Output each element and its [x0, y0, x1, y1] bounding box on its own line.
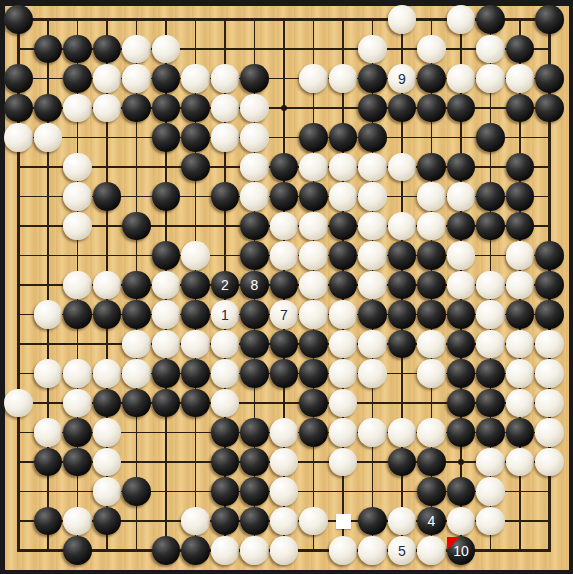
- stone-white[interactable]: [417, 418, 446, 447]
- stone-white[interactable]: [358, 536, 387, 565]
- stone-black[interactable]: [299, 359, 328, 388]
- stone-white[interactable]: [329, 300, 358, 329]
- stone-white[interactable]: [34, 123, 63, 152]
- stone-white[interactable]: [476, 448, 505, 477]
- stone-white[interactable]: [358, 153, 387, 182]
- stone-white[interactable]: [211, 300, 240, 329]
- stone-white[interactable]: [358, 212, 387, 241]
- stone-black[interactable]: [4, 64, 33, 93]
- stone-black[interactable]: [388, 300, 417, 329]
- stone-black[interactable]: [358, 507, 387, 536]
- stone-white[interactable]: [358, 271, 387, 300]
- stone-black[interactable]: [535, 5, 564, 34]
- stone-black[interactable]: [240, 418, 269, 447]
- stone-black[interactable]: [329, 241, 358, 270]
- stone-white[interactable]: [299, 300, 328, 329]
- stone-black[interactable]: [447, 359, 476, 388]
- stone-white[interactable]: [358, 241, 387, 270]
- stone-black[interactable]: [506, 182, 535, 211]
- stone-white[interactable]: [93, 418, 122, 447]
- stone-black[interactable]: [152, 241, 181, 270]
- stone-black[interactable]: [535, 271, 564, 300]
- stone-black[interactable]: [122, 271, 151, 300]
- stone-black[interactable]: [152, 182, 181, 211]
- stone-white[interactable]: [329, 418, 358, 447]
- stone-black[interactable]: [211, 418, 240, 447]
- stone-white[interactable]: [388, 536, 417, 565]
- stone-white[interactable]: [388, 64, 417, 93]
- stone-black[interactable]: [358, 94, 387, 123]
- stone-black[interactable]: [240, 241, 269, 270]
- stone-black[interactable]: [476, 123, 505, 152]
- stone-white[interactable]: [240, 94, 269, 123]
- stone-white[interactable]: [299, 212, 328, 241]
- stone-black[interactable]: [299, 123, 328, 152]
- stone-black[interactable]: [181, 94, 210, 123]
- stone-black[interactable]: [4, 5, 33, 34]
- stone-white[interactable]: [447, 241, 476, 270]
- stone-black[interactable]: [240, 448, 269, 477]
- stone-white[interactable]: [34, 300, 63, 329]
- stone-white[interactable]: [181, 64, 210, 93]
- stone-white[interactable]: [447, 64, 476, 93]
- stone-black[interactable]: [329, 123, 358, 152]
- stone-white[interactable]: [270, 241, 299, 270]
- stone-black[interactable]: [152, 536, 181, 565]
- stone-black[interactable]: [122, 389, 151, 418]
- stone-black[interactable]: [358, 64, 387, 93]
- stone-black[interactable]: [63, 418, 92, 447]
- stone-white[interactable]: [506, 241, 535, 270]
- stone-black[interactable]: [240, 477, 269, 506]
- stone-white[interactable]: [63, 153, 92, 182]
- stone-black[interactable]: [299, 182, 328, 211]
- stone-black[interactable]: [417, 448, 446, 477]
- stone-black[interactable]: [417, 94, 446, 123]
- stone-black[interactable]: [93, 182, 122, 211]
- stone-black[interactable]: [63, 536, 92, 565]
- stone-black[interactable]: [476, 182, 505, 211]
- stone-black[interactable]: [506, 300, 535, 329]
- stone-white[interactable]: [476, 271, 505, 300]
- stone-white[interactable]: [240, 182, 269, 211]
- stone-white[interactable]: [122, 359, 151, 388]
- stone-white[interactable]: [181, 507, 210, 536]
- stone-white[interactable]: [358, 418, 387, 447]
- stone-black[interactable]: [152, 123, 181, 152]
- stone-black[interactable]: [240, 330, 269, 359]
- stone-black[interactable]: [181, 123, 210, 152]
- stone-white[interactable]: [476, 64, 505, 93]
- stone-white[interactable]: [535, 330, 564, 359]
- stone-white[interactable]: [270, 300, 299, 329]
- stone-white[interactable]: [63, 182, 92, 211]
- stone-white[interactable]: [329, 182, 358, 211]
- stone-black[interactable]: [535, 94, 564, 123]
- stone-black[interactable]: [417, 507, 446, 536]
- stone-black[interactable]: [240, 64, 269, 93]
- stone-black[interactable]: [181, 536, 210, 565]
- stone-black[interactable]: [122, 477, 151, 506]
- stone-white[interactable]: [417, 182, 446, 211]
- stone-black[interactable]: [476, 389, 505, 418]
- stone-white[interactable]: [506, 64, 535, 93]
- stone-black[interactable]: [476, 5, 505, 34]
- stone-black[interactable]: [181, 389, 210, 418]
- stone-white[interactable]: [63, 94, 92, 123]
- stone-white[interactable]: [388, 5, 417, 34]
- stone-white[interactable]: [417, 35, 446, 64]
- stone-white[interactable]: [4, 123, 33, 152]
- stone-white[interactable]: [93, 477, 122, 506]
- stone-black[interactable]: [417, 300, 446, 329]
- stone-black[interactable]: [476, 359, 505, 388]
- stone-black[interactable]: [4, 94, 33, 123]
- stone-black[interactable]: [211, 477, 240, 506]
- stone-black[interactable]: [122, 212, 151, 241]
- stone-black[interactable]: [240, 507, 269, 536]
- stone-black[interactable]: [476, 212, 505, 241]
- stone-white[interactable]: [211, 359, 240, 388]
- stone-white[interactable]: [240, 153, 269, 182]
- stone-white[interactable]: [535, 448, 564, 477]
- hoshi-point: [458, 459, 464, 465]
- stone-white[interactable]: [476, 477, 505, 506]
- stone-black[interactable]: [63, 64, 92, 93]
- stone-white[interactable]: [63, 389, 92, 418]
- stone-white[interactable]: [476, 35, 505, 64]
- stone-white[interactable]: [122, 35, 151, 64]
- stone-black[interactable]: [417, 153, 446, 182]
- stone-black[interactable]: [447, 418, 476, 447]
- stone-white[interactable]: [329, 536, 358, 565]
- stone-white[interactable]: [270, 536, 299, 565]
- stone-white[interactable]: [417, 330, 446, 359]
- stone-white[interactable]: [63, 212, 92, 241]
- stone-white[interactable]: [63, 271, 92, 300]
- stone-white[interactable]: [476, 300, 505, 329]
- stone-white[interactable]: [211, 64, 240, 93]
- stone-white[interactable]: [299, 64, 328, 93]
- stone-white[interactable]: [63, 507, 92, 536]
- stone-black[interactable]: [417, 477, 446, 506]
- stone-black[interactable]: [535, 300, 564, 329]
- stone-white[interactable]: [181, 330, 210, 359]
- stone-white[interactable]: [358, 330, 387, 359]
- stone-white[interactable]: [152, 300, 181, 329]
- stone-black[interactable]: [181, 271, 210, 300]
- stone-black[interactable]: [63, 300, 92, 329]
- stone-white[interactable]: [299, 507, 328, 536]
- stone-white[interactable]: [358, 35, 387, 64]
- stone-black[interactable]: [270, 359, 299, 388]
- stone-black[interactable]: [181, 153, 210, 182]
- stone-black[interactable]: [240, 271, 269, 300]
- stone-black[interactable]: [240, 212, 269, 241]
- stone-black[interactable]: [447, 300, 476, 329]
- stone-white[interactable]: [211, 123, 240, 152]
- stone-white[interactable]: [506, 359, 535, 388]
- stone-white[interactable]: [329, 64, 358, 93]
- stone-white[interactable]: [211, 536, 240, 565]
- stone-black[interactable]: [63, 35, 92, 64]
- stone-white[interactable]: [417, 536, 446, 565]
- stone-black[interactable]: [506, 418, 535, 447]
- stone-white[interactable]: [270, 418, 299, 447]
- stone-black[interactable]: [270, 182, 299, 211]
- go-board: 928174510: [0, 0, 573, 574]
- stone-white[interactable]: [299, 241, 328, 270]
- stone-white[interactable]: [93, 359, 122, 388]
- stone-black[interactable]: [299, 389, 328, 418]
- white-square-marker[interactable]: [336, 514, 351, 529]
- stone-white[interactable]: [34, 418, 63, 447]
- stone-white[interactable]: [358, 182, 387, 211]
- stone-black[interactable]: [122, 94, 151, 123]
- stone-white[interactable]: [388, 418, 417, 447]
- stone-black[interactable]: [358, 300, 387, 329]
- stone-black[interactable]: [240, 300, 269, 329]
- stone-white[interactable]: [447, 5, 476, 34]
- stone-black[interactable]: [476, 418, 505, 447]
- stone-white[interactable]: [122, 330, 151, 359]
- stone-black[interactable]: [447, 477, 476, 506]
- stone-white[interactable]: [358, 359, 387, 388]
- stone-white[interactable]: [535, 359, 564, 388]
- stone-white[interactable]: [447, 182, 476, 211]
- stone-white[interactable]: [240, 536, 269, 565]
- stone-black[interactable]: [417, 241, 446, 270]
- stone-white[interactable]: [181, 241, 210, 270]
- stone-black[interactable]: [181, 300, 210, 329]
- stone-black[interactable]: [93, 300, 122, 329]
- stone-white[interactable]: [240, 123, 269, 152]
- stone-black[interactable]: [299, 418, 328, 447]
- stone-white[interactable]: [329, 359, 358, 388]
- stone-black[interactable]: [211, 182, 240, 211]
- hoshi-point: [281, 105, 287, 111]
- stone-black[interactable]: [152, 359, 181, 388]
- stone-black[interactable]: [122, 300, 151, 329]
- stone-white[interactable]: [476, 507, 505, 536]
- stone-black[interactable]: [181, 359, 210, 388]
- red-triangle-marker[interactable]: [447, 537, 460, 550]
- stone-black[interactable]: [388, 241, 417, 270]
- stone-black[interactable]: [535, 241, 564, 270]
- stone-black[interactable]: [358, 123, 387, 152]
- stone-white[interactable]: [535, 389, 564, 418]
- stone-black[interactable]: [152, 64, 181, 93]
- stone-white[interactable]: [270, 477, 299, 506]
- stone-black[interactable]: [299, 330, 328, 359]
- stone-white[interactable]: [299, 271, 328, 300]
- stone-white[interactable]: [93, 64, 122, 93]
- stone-white[interactable]: [417, 359, 446, 388]
- stone-white[interactable]: [122, 64, 151, 93]
- stone-white[interactable]: [476, 330, 505, 359]
- stone-white[interactable]: [34, 359, 63, 388]
- stone-black[interactable]: [417, 271, 446, 300]
- stone-black[interactable]: [417, 64, 446, 93]
- stone-white[interactable]: [4, 389, 33, 418]
- stone-black[interactable]: [63, 448, 92, 477]
- stone-white[interactable]: [299, 153, 328, 182]
- stone-white[interactable]: [63, 359, 92, 388]
- stone-black[interactable]: [535, 64, 564, 93]
- stone-black[interactable]: [240, 359, 269, 388]
- stone-white[interactable]: [535, 418, 564, 447]
- stone-white[interactable]: [417, 212, 446, 241]
